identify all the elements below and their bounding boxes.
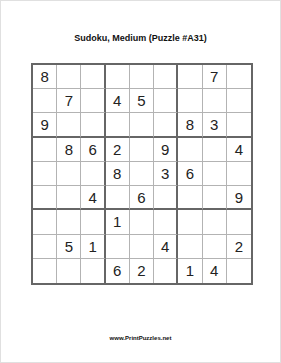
sudoku-cell-r3c3[interactable]	[81, 113, 105, 137]
sudoku-cell-r8c8[interactable]	[203, 235, 227, 259]
sudoku-cell-r1c7[interactable]	[178, 65, 202, 89]
sudoku-cell-r2c4[interactable]: 4	[106, 89, 130, 113]
sudoku-cell-r9c7[interactable]: 1	[178, 259, 202, 283]
sudoku-cell-r9c5[interactable]: 2	[130, 259, 154, 283]
sudoku-cell-r6c1[interactable]	[33, 186, 57, 210]
sudoku-cell-r7c7[interactable]	[178, 210, 202, 234]
sudoku-cell-r6c2[interactable]	[57, 186, 81, 210]
puzzle-page: Sudoku, Medium (Puzzle #A31) 87745983862…	[0, 0, 281, 363]
sudoku-cell-r6c7[interactable]	[178, 186, 202, 210]
puzzle-title: Sudoku, Medium (Puzzle #A31)	[1, 33, 280, 43]
sudoku-cell-r1c5[interactable]	[130, 65, 154, 89]
sudoku-cell-r7c2[interactable]	[57, 210, 81, 234]
sudoku-cell-r5c6[interactable]: 3	[154, 162, 178, 186]
sudoku-cell-r5c7[interactable]: 6	[178, 162, 202, 186]
sudoku-cell-r6c9[interactable]: 9	[227, 186, 251, 210]
sudoku-cell-r1c2[interactable]	[57, 65, 81, 89]
sudoku-cell-r4c6[interactable]: 9	[154, 138, 178, 162]
sudoku-cell-r2c1[interactable]	[33, 89, 57, 113]
sudoku-cell-r6c4[interactable]	[106, 186, 130, 210]
sudoku-cell-r2c8[interactable]	[203, 89, 227, 113]
sudoku-cell-r6c5[interactable]: 6	[130, 186, 154, 210]
sudoku-cell-r8c9[interactable]: 2	[227, 235, 251, 259]
sudoku-cell-r4c5[interactable]	[130, 138, 154, 162]
sudoku-cell-r5c9[interactable]	[227, 162, 251, 186]
sudoku-cell-r4c4[interactable]: 2	[106, 138, 130, 162]
sudoku-cell-r9c1[interactable]	[33, 259, 57, 283]
sudoku-cell-r7c4[interactable]: 1	[106, 210, 130, 234]
sudoku-cell-r8c3[interactable]: 1	[81, 235, 105, 259]
sudoku-cell-r6c6[interactable]	[154, 186, 178, 210]
sudoku-cell-r3c8[interactable]: 3	[203, 113, 227, 137]
sudoku-cell-r8c4[interactable]	[106, 235, 130, 259]
sudoku-cell-r5c8[interactable]	[203, 162, 227, 186]
sudoku-cell-r8c6[interactable]: 4	[154, 235, 178, 259]
sudoku-cell-r9c2[interactable]	[57, 259, 81, 283]
sudoku-cell-r3c5[interactable]	[130, 113, 154, 137]
sudoku-cell-r8c2[interactable]: 5	[57, 235, 81, 259]
sudoku-cell-r7c3[interactable]	[81, 210, 105, 234]
sudoku-cell-r8c5[interactable]	[130, 235, 154, 259]
sudoku-cell-r3c9[interactable]	[227, 113, 251, 137]
sudoku-cell-r8c1[interactable]	[33, 235, 57, 259]
sudoku-cell-r2c9[interactable]	[227, 89, 251, 113]
sudoku-cell-r2c7[interactable]	[178, 89, 202, 113]
sudoku-cell-r9c9[interactable]	[227, 259, 251, 283]
sudoku-cell-r7c6[interactable]	[154, 210, 178, 234]
sudoku-cell-r3c1[interactable]: 9	[33, 113, 57, 137]
sudoku-cell-r4c3[interactable]: 6	[81, 138, 105, 162]
sudoku-cell-r2c5[interactable]: 5	[130, 89, 154, 113]
sudoku-cell-r4c8[interactable]	[203, 138, 227, 162]
sudoku-cell-r3c7[interactable]: 8	[178, 113, 202, 137]
sudoku-cell-r5c4[interactable]: 8	[106, 162, 130, 186]
sudoku-cell-r7c8[interactable]	[203, 210, 227, 234]
sudoku-cell-r2c6[interactable]	[154, 89, 178, 113]
sudoku-cell-r4c2[interactable]: 8	[57, 138, 81, 162]
sudoku-cell-r2c3[interactable]	[81, 89, 105, 113]
sudoku-cell-r1c4[interactable]	[106, 65, 130, 89]
footer-url: www.PrintPuzzles.net	[1, 335, 280, 341]
sudoku-cell-r4c7[interactable]	[178, 138, 202, 162]
sudoku-cell-r6c3[interactable]: 4	[81, 186, 105, 210]
sudoku-cell-r3c2[interactable]	[57, 113, 81, 137]
sudoku-cell-r5c2[interactable]	[57, 162, 81, 186]
sudoku-cell-r2c2[interactable]: 7	[57, 89, 81, 113]
sudoku-cell-r9c8[interactable]: 4	[203, 259, 227, 283]
sudoku-cell-r1c3[interactable]	[81, 65, 105, 89]
sudoku-board: 8774598386294836469151426214	[31, 63, 253, 285]
sudoku-cell-r9c4[interactable]: 6	[106, 259, 130, 283]
sudoku-cell-r8c7[interactable]	[178, 235, 202, 259]
sudoku-cell-r5c1[interactable]	[33, 162, 57, 186]
sudoku-cell-r4c1[interactable]	[33, 138, 57, 162]
sudoku-cell-r9c3[interactable]	[81, 259, 105, 283]
sudoku-cell-r5c5[interactable]	[130, 162, 154, 186]
sudoku-cell-r1c9[interactable]	[227, 65, 251, 89]
sudoku-cell-r7c9[interactable]	[227, 210, 251, 234]
sudoku-cell-r7c5[interactable]	[130, 210, 154, 234]
sudoku-cell-r4c9[interactable]: 4	[227, 138, 251, 162]
sudoku-cell-r1c6[interactable]	[154, 65, 178, 89]
sudoku-cell-r5c3[interactable]	[81, 162, 105, 186]
sudoku-cell-r3c6[interactable]	[154, 113, 178, 137]
sudoku-cell-r6c8[interactable]	[203, 186, 227, 210]
sudoku-cell-r7c1[interactable]	[33, 210, 57, 234]
sudoku-cell-r3c4[interactable]	[106, 113, 130, 137]
sudoku-cell-r1c1[interactable]: 8	[33, 65, 57, 89]
sudoku-cell-r1c8[interactable]: 7	[203, 65, 227, 89]
sudoku-cell-r9c6[interactable]	[154, 259, 178, 283]
